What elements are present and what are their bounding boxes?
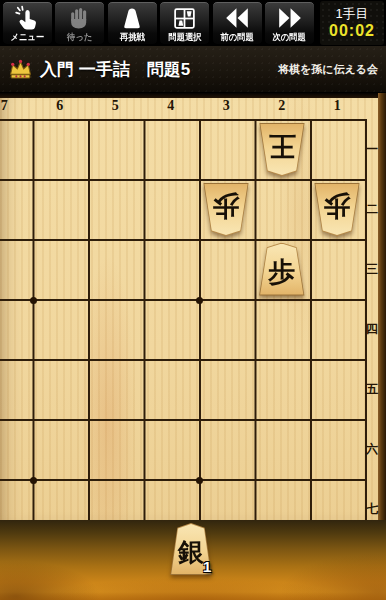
rewind-icon	[224, 4, 250, 32]
file-label-6: 6	[32, 98, 88, 114]
square-43[interactable]	[143, 239, 199, 299]
square-33[interactable]	[199, 239, 255, 299]
square-17[interactable]	[310, 479, 366, 520]
square-61[interactable]	[32, 119, 88, 179]
file-label-2: 2	[254, 98, 310, 114]
square-63[interactable]	[32, 239, 88, 299]
next-problem-button-label: 次の問題	[273, 32, 306, 43]
square-71[interactable]	[0, 119, 32, 179]
retry-button[interactable]: 再挑戦	[107, 1, 158, 45]
sente-hand-area: 銀 1	[0, 520, 386, 600]
square-62[interactable]	[32, 179, 88, 239]
status-panel: 1手目 00:02	[320, 1, 384, 45]
next-problem-button[interactable]: 次の問題	[264, 1, 315, 45]
square-26[interactable]	[254, 419, 310, 479]
square-45[interactable]	[143, 359, 199, 419]
square-11[interactable]	[310, 119, 366, 179]
board-piece-歩-12[interactable]: 歩	[313, 183, 361, 236]
piece-kanji: 歩	[213, 188, 240, 224]
previous-problem-button[interactable]: 前の問題	[212, 1, 263, 45]
shogi-app-screen: メニュー 待った 再挑戦	[0, 0, 386, 600]
square-34[interactable]	[199, 299, 255, 359]
rank-label-1: 一	[364, 119, 380, 179]
fast-forward-icon	[277, 4, 303, 32]
file-label-4: 4	[143, 98, 199, 114]
piece-kanji: 歩	[324, 188, 351, 224]
undo-button[interactable]: 待った	[54, 1, 105, 45]
square-51[interactable]	[88, 119, 144, 179]
square-44[interactable]	[143, 299, 199, 359]
piece-kanji: 王	[268, 128, 295, 164]
hoshi-dot	[30, 477, 37, 484]
rank-label-3: 三	[364, 239, 380, 299]
square-73[interactable]	[0, 239, 32, 299]
shogi-piece-icon	[120, 4, 144, 32]
problem-grid-icon	[172, 4, 197, 32]
file-label-7: 7	[0, 98, 32, 114]
square-57[interactable]	[88, 479, 144, 520]
crown-icon	[8, 59, 33, 80]
square-56[interactable]	[88, 419, 144, 479]
board-piece-歩-32[interactable]: 歩	[202, 183, 250, 236]
square-25[interactable]	[254, 359, 310, 419]
square-66[interactable]	[32, 419, 88, 479]
square-27[interactable]	[254, 479, 310, 520]
hoshi-dot	[196, 477, 203, 484]
square-65[interactable]	[32, 359, 88, 419]
square-53[interactable]	[88, 239, 144, 299]
square-31[interactable]	[199, 119, 255, 179]
piece-kanji: 歩	[268, 254, 295, 290]
square-15[interactable]	[310, 359, 366, 419]
hand-piece-count: 1	[203, 558, 211, 575]
title-bar: 入門 一手詰 問題5 将棋を孫に伝える会	[0, 46, 386, 93]
menu-button[interactable]: メニュー	[2, 1, 53, 45]
rank-label-4: 四	[364, 299, 380, 359]
square-16[interactable]	[310, 419, 366, 479]
move-counter: 1手目	[335, 6, 368, 22]
rank-label-6: 六	[364, 419, 380, 479]
board-piece-王-21[interactable]: 王	[258, 123, 306, 176]
problem-select-button[interactable]: 問題選択	[159, 1, 210, 45]
undo-button-label: 待った	[67, 32, 92, 43]
square-14[interactable]	[310, 299, 366, 359]
square-52[interactable]	[88, 179, 144, 239]
board-piece-歩-23[interactable]: 歩	[258, 243, 306, 296]
square-36[interactable]	[199, 419, 255, 479]
organization-name: 将棋を孫に伝える会	[278, 62, 378, 77]
square-75[interactable]	[0, 359, 32, 419]
square-72[interactable]	[0, 179, 32, 239]
square-77[interactable]	[0, 479, 32, 520]
timer: 00:02	[329, 22, 375, 40]
page-title: 入門 一手詰 問題5	[40, 58, 190, 81]
square-42[interactable]	[143, 179, 199, 239]
square-46[interactable]	[143, 419, 199, 479]
square-76[interactable]	[0, 419, 32, 479]
square-55[interactable]	[88, 359, 144, 419]
file-label-5: 5	[88, 98, 144, 114]
retry-button-label: 再挑戦	[120, 32, 145, 43]
hand-piece-kanji: 銀	[178, 535, 204, 570]
toolbar: メニュー 待った 再挑戦	[0, 0, 386, 46]
rank-label-7: 七	[364, 479, 380, 520]
square-22[interactable]	[254, 179, 310, 239]
square-24[interactable]	[254, 299, 310, 359]
stop-hand-icon	[67, 4, 92, 32]
tap-hand-icon	[14, 4, 40, 32]
menu-button-label: メニュー	[10, 32, 44, 43]
rank-label-5: 五	[364, 359, 380, 419]
hoshi-dot	[196, 297, 203, 304]
square-41[interactable]	[143, 119, 199, 179]
square-47[interactable]	[143, 479, 199, 520]
square-35[interactable]	[199, 359, 255, 419]
problem-select-button-label: 問題選択	[168, 32, 201, 43]
square-74[interactable]	[0, 299, 32, 359]
rank-label-2: 二	[364, 179, 380, 239]
board-grid	[0, 119, 367, 520]
square-54[interactable]	[88, 299, 144, 359]
board-area: 987654321一二三四五六七八九王歩歩歩	[0, 93, 386, 520]
square-64[interactable]	[32, 299, 88, 359]
hoshi-dot	[30, 297, 37, 304]
file-label-3: 3	[199, 98, 255, 114]
previous-problem-button-label: 前の問題	[220, 32, 253, 43]
file-label-1: 1	[310, 98, 366, 114]
square-37[interactable]	[199, 479, 255, 520]
square-67[interactable]	[32, 479, 88, 520]
square-13[interactable]	[310, 239, 366, 299]
